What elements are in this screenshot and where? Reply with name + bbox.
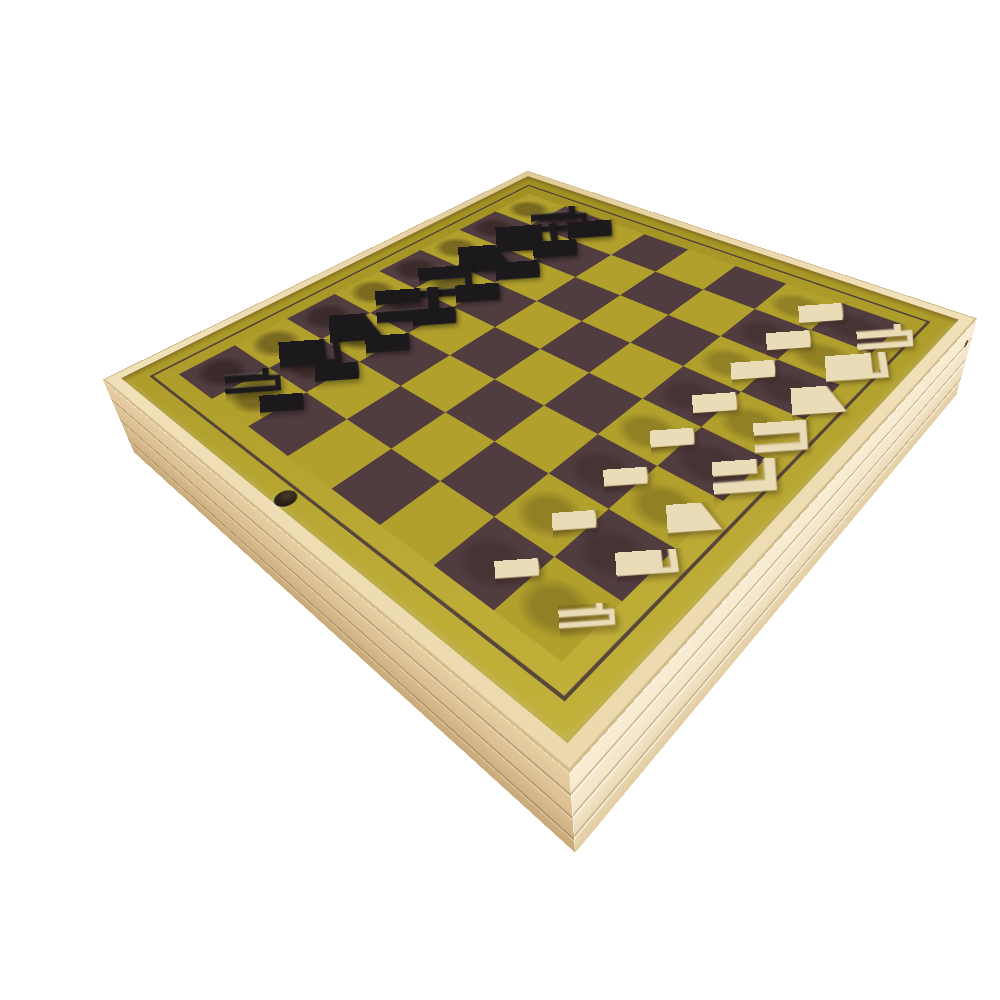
box-top-face: ♜♟♟♜♞♟♟♞♝♟♟♝♛♟♟♛♚♟♟♚♝♟♟♝♞♟♟♞♜♟♟♜ — [103, 171, 978, 773]
camera-roll-wrapper: ♜♟♟♜♞♟♟♞♝♟♟♝♛♟♟♛♚♟♟♚♝♟♟♝♞♟♟♞♜♟♟♜ — [0, 0, 1000, 1000]
piece-glyph: ♜ — [322, 446, 789, 676]
chess-box: ♜♟♟♜♞♟♟♞♝♟♟♝♛♟♟♛♚♟♟♚♝♟♟♝♞♟♟♞♜♟♟♜ — [103, 171, 978, 773]
chess-board[interactable]: ♜♟♟♜♞♟♟♞♝♟♟♝♛♟♟♛♚♟♟♚♝♟♟♝♞♟♟♞♜♟♟♜ — [179, 194, 901, 661]
product-photo: ♜♟♟♜♞♟♟♞♝♟♟♝♛♟♟♛♚♟♟♚♝♟♟♝♞♟♟♞♜♟♟♜ — [0, 0, 1000, 1000]
perspective-scene: ♜♟♟♜♞♟♟♞♝♟♟♝♛♟♟♛♚♟♟♚♝♟♟♝♞♟♟♞♜♟♟♜ — [0, 0, 1000, 1000]
